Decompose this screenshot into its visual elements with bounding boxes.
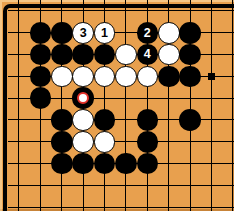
intersection-c8-r2[interactable] [179,44,200,66]
intersection-c5-r3[interactable] [115,65,136,87]
go-grid: 3124 [8,0,234,211]
black-stone [72,44,94,66]
intersection-c3-r3[interactable] [72,65,93,87]
intersection-c7-r9[interactable] [158,196,179,211]
intersection-c3-r4[interactable] [72,87,93,109]
intersection-c10-r1[interactable] [222,22,234,44]
intersection-c0-r1[interactable] [8,22,29,44]
intersection-c0-r7[interactable] [8,153,29,175]
intersection-c6-r3[interactable] [137,65,158,87]
intersection-c4-r0[interactable] [94,0,115,22]
white-stone: 1 [94,22,116,44]
white-stone [94,66,116,88]
black-stone [30,87,52,109]
black-stone [51,109,73,131]
intersection-c1-r4[interactable] [30,87,51,109]
black-stone [179,109,201,131]
black-stone [51,131,73,153]
intersection-c4-r9[interactable] [94,196,115,211]
white-stone [72,131,94,153]
black-stone [94,153,116,175]
white-stone [115,66,137,88]
black-stone [179,66,201,88]
intersection-c10-r8[interactable] [222,174,234,196]
intersection-c3-r8[interactable] [72,174,93,196]
intersection-c7-r5[interactable] [158,109,179,131]
white-stone [72,109,94,131]
intersection-c10-r6[interactable] [222,131,234,153]
black-stone: 2 [137,22,159,44]
intersection-c3-r9[interactable] [72,196,93,211]
intersection-c6-r0[interactable] [137,0,158,22]
intersection-c1-r9[interactable] [30,196,51,211]
intersection-c0-r5[interactable] [8,109,29,131]
intersection-c8-r7[interactable] [179,153,200,175]
intersection-c3-r2[interactable] [72,44,93,66]
intersection-c10-r3[interactable] [222,65,234,87]
intersection-c8-r1[interactable] [179,22,200,44]
intersection-c5-r9[interactable] [115,196,136,211]
intersection-c9-r4[interactable] [201,87,222,109]
intersection-c10-r7[interactable] [222,153,234,175]
intersection-c9-r8[interactable] [201,174,222,196]
white-stone [72,66,94,88]
black-stone [179,22,201,44]
intersection-c2-r6[interactable] [51,131,72,153]
black-stone [72,153,94,175]
black-stone [137,109,159,131]
intersection-c6-r2[interactable]: 4 [137,44,158,66]
white-stone [158,44,180,66]
intersection-c3-r5[interactable] [72,109,93,131]
black-stone [94,44,116,66]
black-stone [51,22,73,44]
intersection-c8-r5[interactable] [179,109,200,131]
intersection-c2-r2[interactable] [51,44,72,66]
go-board: 3124 [0,0,234,211]
intersection-c1-r2[interactable] [30,44,51,66]
intersection-c2-r4[interactable] [51,87,72,109]
black-stone [30,44,52,66]
star-point-hoshi [208,73,215,80]
intersection-c4-r6[interactable] [94,131,115,153]
intersection-c2-r9[interactable] [51,196,72,211]
intersection-c9-r5[interactable] [201,109,222,131]
intersection-c5-r0[interactable] [115,0,136,22]
black-stone [179,44,201,66]
intersection-c10-r4[interactable] [222,87,234,109]
intersection-c0-r4[interactable] [8,87,29,109]
black-stone [51,44,73,66]
intersection-c0-r0[interactable] [8,0,29,22]
intersection-c3-r1[interactable]: 3 [72,22,93,44]
intersection-c1-r6[interactable] [30,131,51,153]
intersection-c7-r6[interactable] [158,131,179,153]
intersection-c7-r7[interactable] [158,153,179,175]
intersection-c3-r6[interactable] [72,131,93,153]
intersection-c2-r0[interactable] [51,0,72,22]
intersection-c0-r6[interactable] [8,131,29,153]
intersection-c8-r4[interactable] [179,87,200,109]
white-stone: 3 [72,22,94,44]
intersection-c5-r8[interactable] [115,174,136,196]
intersection-c5-r1[interactable] [115,22,136,44]
intersection-c9-r9[interactable] [201,196,222,211]
intersection-c8-r3[interactable] [179,65,200,87]
intersection-c2-r5[interactable] [51,109,72,131]
intersection-c4-r3[interactable] [94,65,115,87]
intersection-c9-r3[interactable] [201,65,222,87]
intersection-c5-r6[interactable] [115,131,136,153]
intersection-c9-r1[interactable] [201,22,222,44]
intersection-c2-r3[interactable] [51,65,72,87]
intersection-c7-r2[interactable] [158,44,179,66]
intersection-c4-r4[interactable] [94,87,115,109]
intersection-c10-r5[interactable] [222,109,234,131]
intersection-c6-r7[interactable] [137,153,158,175]
black-stone [115,153,137,175]
black-stone [72,87,94,109]
intersection-c7-r4[interactable] [158,87,179,109]
intersection-c9-r7[interactable] [201,153,222,175]
intersection-c8-r0[interactable] [179,0,200,22]
intersection-c1-r3[interactable] [30,65,51,87]
intersection-c0-r3[interactable] [8,65,29,87]
intersection-c3-r0[interactable] [72,0,93,22]
black-stone [30,66,52,88]
black-stone [51,153,73,175]
move-number-label: 3 [80,27,87,40]
intersection-c1-r8[interactable] [30,174,51,196]
intersection-c4-r7[interactable] [94,153,115,175]
white-stone [94,131,116,153]
black-stone: 4 [137,44,159,66]
intersection-c5-r7[interactable] [115,153,136,175]
intersection-c8-r8[interactable] [179,174,200,196]
red-circle-marker [77,92,90,105]
intersection-c6-r8[interactable] [137,174,158,196]
intersection-c8-r9[interactable] [179,196,200,211]
intersection-c1-r1[interactable] [30,22,51,44]
move-number-label: 2 [144,27,151,40]
intersection-c9-r0[interactable] [201,0,222,22]
intersection-c0-r2[interactable] [8,44,29,66]
move-number-label: 1 [101,27,108,40]
intersection-c10-r2[interactable] [222,44,234,66]
intersection-c9-r2[interactable] [201,44,222,66]
intersection-c2-r1[interactable] [51,22,72,44]
intersection-c4-r2[interactable] [94,44,115,66]
intersection-c0-r9[interactable] [8,196,29,211]
intersection-c9-r6[interactable] [201,131,222,153]
move-number-label: 4 [144,48,151,61]
white-stone [137,66,159,88]
intersection-c0-r8[interactable] [8,174,29,196]
intersection-c1-r0[interactable] [30,0,51,22]
intersection-c4-r5[interactable] [94,109,115,131]
intersection-c2-r8[interactable] [51,174,72,196]
intersection-c5-r2[interactable] [115,44,136,66]
white-stone [158,22,180,44]
intersection-c4-r1[interactable]: 1 [94,22,115,44]
black-stone [30,22,52,44]
intersection-c7-r0[interactable] [158,0,179,22]
intersection-c7-r1[interactable] [158,22,179,44]
intersection-c3-r7[interactable] [72,153,93,175]
intersection-c5-r4[interactable] [115,87,136,109]
intersection-c7-r8[interactable] [158,174,179,196]
black-stone [137,153,159,175]
intersection-c10-r9[interactable] [222,196,234,211]
white-stone [115,44,137,66]
intersection-c4-r8[interactable] [94,174,115,196]
white-stone [51,66,73,88]
intersection-c7-r3[interactable] [158,65,179,87]
intersection-c6-r6[interactable] [137,131,158,153]
intersection-c6-r5[interactable] [137,109,158,131]
intersection-c5-r5[interactable] [115,109,136,131]
intersection-c2-r7[interactable] [51,153,72,175]
intersection-c1-r7[interactable] [30,153,51,175]
intersection-c6-r9[interactable] [137,196,158,211]
intersection-c8-r6[interactable] [179,131,200,153]
black-stone [94,109,116,131]
black-stone [137,131,159,153]
intersection-c1-r5[interactable] [30,109,51,131]
intersection-c6-r4[interactable] [137,87,158,109]
intersection-c6-r1[interactable]: 2 [137,22,158,44]
black-stone [158,66,180,88]
intersection-c10-r0[interactable] [222,0,234,22]
